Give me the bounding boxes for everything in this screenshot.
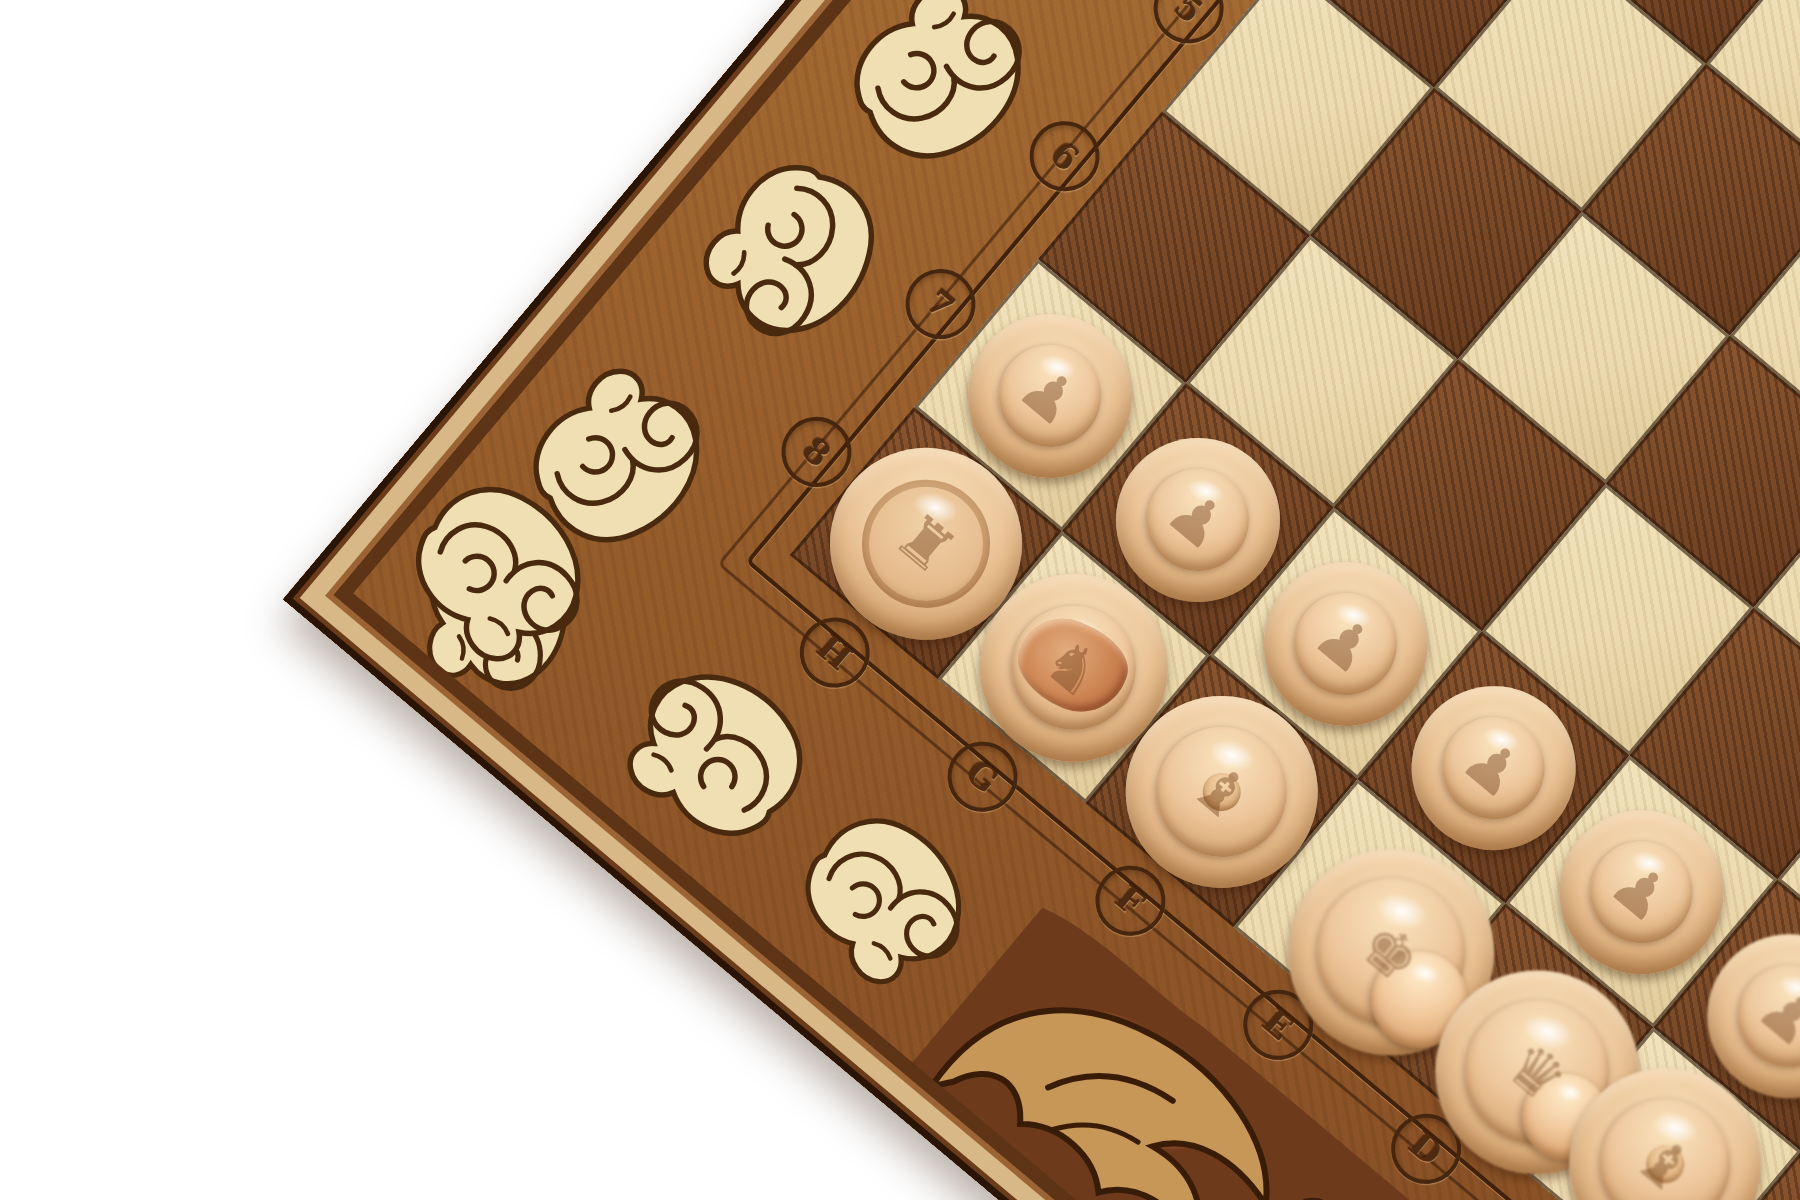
gloss-highlight xyxy=(1372,887,1433,934)
scroll-ornament-icon xyxy=(688,143,899,360)
photo-stage: 12345678HGFEDCBA ♜♞♝♚♛♝♟♟♟♟♟♟ xyxy=(0,0,1800,1200)
gloss-highlight xyxy=(1776,971,1800,1004)
gloss-highlight xyxy=(1480,723,1522,756)
gloss-highlight xyxy=(1555,1081,1585,1105)
gloss-highlight xyxy=(1332,599,1374,632)
gloss-highlight xyxy=(1518,1009,1577,1055)
scroll-ornament-icon xyxy=(609,647,826,858)
scroll-ornament-icon xyxy=(393,461,610,680)
gloss-highlight xyxy=(1628,847,1670,880)
chess-board: 12345678HGFEDCBA ♜♞♝♚♛♝♟♟♟♟♟♟ xyxy=(283,0,1800,1200)
gloss-highlight xyxy=(1648,1107,1701,1149)
gloss-highlight xyxy=(1037,351,1079,384)
scroll-ornament-icon xyxy=(831,0,1050,184)
gloss-highlight xyxy=(1185,475,1227,508)
scroll-ornament-icon xyxy=(784,795,989,1002)
gloss-highlight xyxy=(909,487,962,528)
gloss-highlight xyxy=(1205,734,1258,776)
gloss-highlight xyxy=(1408,960,1441,987)
